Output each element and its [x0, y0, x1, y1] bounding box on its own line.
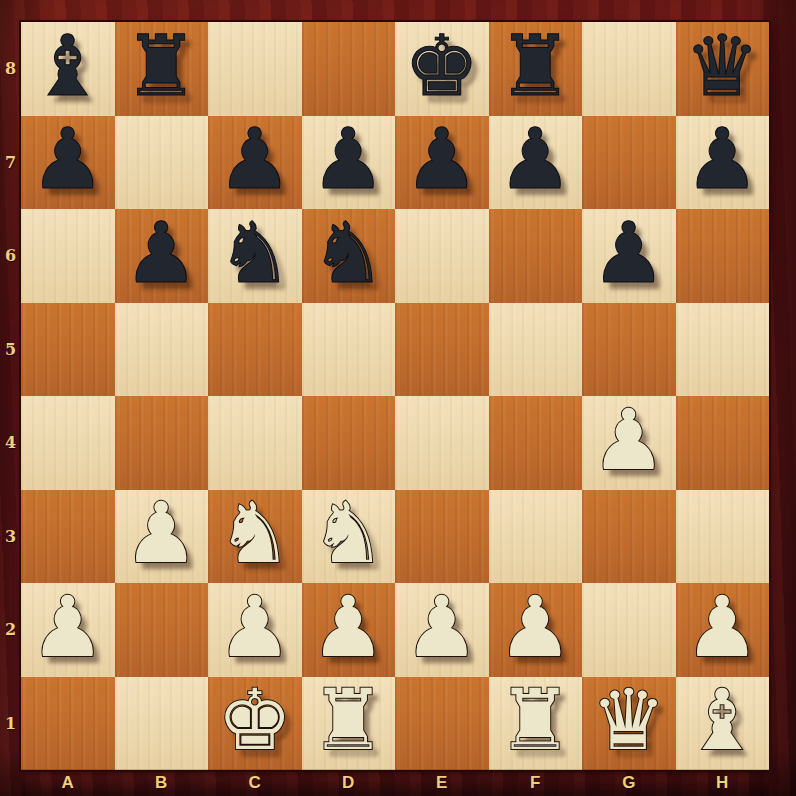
piece-white-bishop[interactable]: ♝ — [685, 678, 760, 762]
file-label-f: F — [489, 769, 583, 796]
square-b8[interactable]: ♜ — [115, 22, 209, 116]
square-e5[interactable] — [395, 303, 489, 397]
square-h8[interactable]: ♛ — [676, 22, 770, 116]
piece-black-rook[interactable]: ♜ — [498, 24, 573, 108]
piece-white-king[interactable]: ♚ — [217, 678, 292, 762]
square-c3[interactable]: ♞ — [208, 490, 302, 584]
square-c6[interactable]: ♞ — [208, 209, 302, 303]
piece-black-pawn[interactable]: ♟ — [124, 211, 199, 295]
square-g6[interactable]: ♟ — [582, 209, 676, 303]
piece-black-rook[interactable]: ♜ — [124, 24, 199, 108]
piece-black-queen[interactable]: ♛ — [685, 24, 760, 108]
square-e4[interactable] — [395, 396, 489, 490]
rank-label-3: 3 — [0, 490, 21, 584]
square-b6[interactable]: ♟ — [115, 209, 209, 303]
file-label-a: A — [21, 769, 115, 796]
piece-black-knight[interactable]: ♞ — [311, 211, 386, 295]
piece-black-pawn[interactable]: ♟ — [591, 211, 666, 295]
square-g5[interactable] — [582, 303, 676, 397]
square-c8[interactable] — [208, 22, 302, 116]
square-f5[interactable] — [489, 303, 583, 397]
square-g4[interactable]: ♟ — [582, 396, 676, 490]
file-label-c: C — [208, 769, 302, 796]
piece-white-pawn[interactable]: ♟ — [685, 585, 760, 669]
square-a3[interactable] — [21, 490, 115, 584]
file-label-g: G — [582, 769, 676, 796]
piece-black-pawn[interactable]: ♟ — [404, 117, 479, 201]
square-f1[interactable]: ♜ — [489, 677, 583, 771]
rank-labels: 87654321 — [0, 22, 21, 770]
piece-white-pawn[interactable]: ♟ — [591, 398, 666, 482]
square-c1[interactable]: ♚ — [208, 677, 302, 771]
square-b7[interactable] — [115, 116, 209, 210]
piece-white-knight[interactable]: ♞ — [311, 491, 386, 575]
file-label-d: D — [302, 769, 396, 796]
square-g3[interactable] — [582, 490, 676, 584]
square-h6[interactable] — [676, 209, 770, 303]
rank-label-2: 2 — [0, 583, 21, 677]
square-h3[interactable] — [676, 490, 770, 584]
piece-white-rook[interactable]: ♜ — [311, 678, 386, 762]
square-g2[interactable] — [582, 583, 676, 677]
square-a7[interactable]: ♟ — [21, 116, 115, 210]
square-d7[interactable]: ♟ — [302, 116, 396, 210]
square-f6[interactable] — [489, 209, 583, 303]
file-labels: ABCDEFGH — [21, 769, 769, 796]
piece-black-pawn[interactable]: ♟ — [217, 117, 292, 201]
square-b1[interactable] — [115, 677, 209, 771]
square-h1[interactable]: ♝ — [676, 677, 770, 771]
square-d2[interactable]: ♟ — [302, 583, 396, 677]
piece-black-pawn[interactable]: ♟ — [498, 117, 573, 201]
piece-white-pawn[interactable]: ♟ — [217, 585, 292, 669]
piece-white-pawn[interactable]: ♟ — [124, 491, 199, 575]
piece-white-pawn[interactable]: ♟ — [498, 585, 573, 669]
square-d3[interactable]: ♞ — [302, 490, 396, 584]
square-d5[interactable] — [302, 303, 396, 397]
square-f2[interactable]: ♟ — [489, 583, 583, 677]
square-f7[interactable]: ♟ — [489, 116, 583, 210]
square-c4[interactable] — [208, 396, 302, 490]
rank-label-1: 1 — [0, 677, 21, 771]
square-a4[interactable] — [21, 396, 115, 490]
square-c2[interactable]: ♟ — [208, 583, 302, 677]
piece-white-pawn[interactable]: ♟ — [311, 585, 386, 669]
square-a8[interactable]: ♝ — [21, 22, 115, 116]
square-h7[interactable]: ♟ — [676, 116, 770, 210]
piece-black-pawn[interactable]: ♟ — [311, 117, 386, 201]
rank-label-6: 6 — [0, 209, 21, 303]
square-h4[interactable] — [676, 396, 770, 490]
piece-black-king[interactable]: ♚ — [404, 24, 479, 108]
square-e7[interactable]: ♟ — [395, 116, 489, 210]
square-f8[interactable]: ♜ — [489, 22, 583, 116]
square-e1[interactable] — [395, 677, 489, 771]
rank-label-5: 5 — [0, 303, 21, 397]
square-b3[interactable]: ♟ — [115, 490, 209, 584]
file-label-h: H — [676, 769, 770, 796]
square-e2[interactable]: ♟ — [395, 583, 489, 677]
square-g7[interactable] — [582, 116, 676, 210]
square-d8[interactable] — [302, 22, 396, 116]
square-d4[interactable] — [302, 396, 396, 490]
piece-black-knight[interactable]: ♞ — [217, 211, 292, 295]
square-h2[interactable]: ♟ — [676, 583, 770, 677]
piece-black-pawn[interactable]: ♟ — [685, 117, 760, 201]
square-e3[interactable] — [395, 490, 489, 584]
chess-board[interactable]: ♝♜♚♜♛♟♟♟♟♟♟♟♞♞♟♟♟♞♞♟♟♟♟♟♟♚♜♜♛♝ — [21, 22, 769, 770]
piece-white-queen[interactable]: ♛ — [591, 678, 666, 762]
square-h5[interactable] — [676, 303, 770, 397]
piece-white-knight[interactable]: ♞ — [217, 491, 292, 575]
square-g1[interactable]: ♛ — [582, 677, 676, 771]
piece-white-rook[interactable]: ♜ — [498, 678, 573, 762]
square-b5[interactable] — [115, 303, 209, 397]
piece-black-bishop[interactable]: ♝ — [30, 24, 105, 108]
square-f3[interactable] — [489, 490, 583, 584]
rank-label-7: 7 — [0, 116, 21, 210]
square-a6[interactable] — [21, 209, 115, 303]
square-a5[interactable] — [21, 303, 115, 397]
square-f4[interactable] — [489, 396, 583, 490]
rank-label-4: 4 — [0, 396, 21, 490]
square-c7[interactable]: ♟ — [208, 116, 302, 210]
piece-black-pawn[interactable]: ♟ — [30, 117, 105, 201]
square-d1[interactable]: ♜ — [302, 677, 396, 771]
piece-white-pawn[interactable]: ♟ — [30, 585, 105, 669]
square-g8[interactable] — [582, 22, 676, 116]
square-a1[interactable] — [21, 677, 115, 771]
square-a2[interactable]: ♟ — [21, 583, 115, 677]
square-b2[interactable] — [115, 583, 209, 677]
rank-label-8: 8 — [0, 22, 21, 116]
file-label-e: E — [395, 769, 489, 796]
square-c5[interactable] — [208, 303, 302, 397]
chessboard-frame: 87654321 ♝♜♚♜♛♟♟♟♟♟♟♟♞♞♟♟♟♞♞♟♟♟♟♟♟♚♜♜♛♝ … — [0, 0, 796, 796]
square-d6[interactable]: ♞ — [302, 209, 396, 303]
square-e6[interactable] — [395, 209, 489, 303]
piece-white-pawn[interactable]: ♟ — [404, 585, 479, 669]
square-b4[interactable] — [115, 396, 209, 490]
square-e8[interactable]: ♚ — [395, 22, 489, 116]
file-label-b: B — [115, 769, 209, 796]
